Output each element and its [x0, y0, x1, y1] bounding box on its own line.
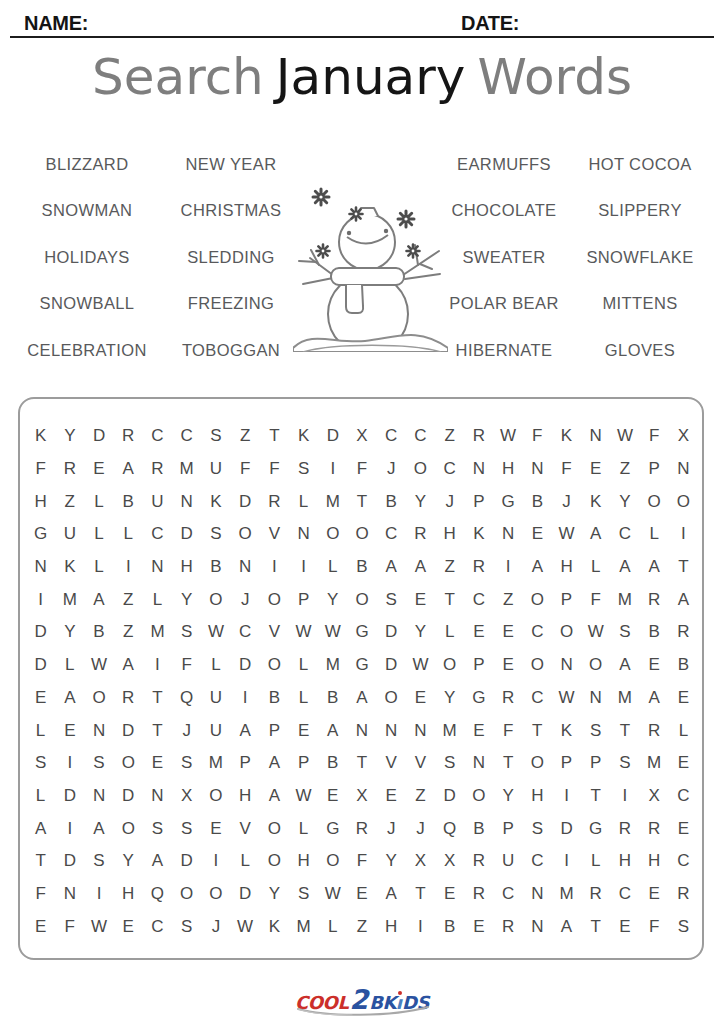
grid-cell[interactable]: E — [406, 583, 435, 616]
grid-cell[interactable]: W — [84, 910, 113, 943]
grid-cell[interactable]: F — [55, 910, 84, 943]
grid-cell[interactable]: E — [610, 910, 639, 943]
grid-cell[interactable]: O — [464, 780, 493, 813]
grid-cell[interactable]: W — [581, 616, 610, 649]
grid-cell[interactable]: E — [377, 780, 406, 813]
grid-cell[interactable]: I — [114, 551, 143, 584]
grid-cell[interactable]: A — [406, 551, 435, 584]
grid-cell[interactable]: E — [581, 453, 610, 486]
grid-cell[interactable]: M — [318, 485, 347, 518]
grid-cell[interactable]: M — [640, 747, 669, 780]
grid-cell[interactable]: R — [669, 616, 698, 649]
grid-cell[interactable]: D — [377, 616, 406, 649]
grid-cell[interactable]: R — [347, 812, 376, 845]
grid-cell[interactable]: O — [552, 616, 581, 649]
grid-cell[interactable]: Z — [114, 583, 143, 616]
grid-cell[interactable]: E — [669, 682, 698, 715]
grid-cell[interactable]: C — [406, 420, 435, 453]
grid-cell[interactable]: Y — [172, 583, 201, 616]
grid-cell[interactable]: N — [464, 453, 493, 486]
grid-cell[interactable]: H — [26, 485, 55, 518]
grid-cell[interactable]: X — [435, 845, 464, 878]
grid-cell[interactable]: E — [55, 714, 84, 747]
grid-cell[interactable]: I — [669, 518, 698, 551]
grid-cell[interactable]: P — [289, 747, 318, 780]
grid-cell[interactable]: W — [231, 910, 260, 943]
grid-cell[interactable]: B — [318, 682, 347, 715]
grid-cell[interactable]: N — [84, 780, 113, 813]
grid-cell[interactable]: U — [493, 845, 522, 878]
grid-cell[interactable]: M — [143, 616, 172, 649]
grid-cell[interactable]: Z — [347, 910, 376, 943]
grid-cell[interactable]: D — [552, 812, 581, 845]
grid-cell[interactable]: Y — [55, 616, 84, 649]
grid-cell[interactable]: V — [260, 616, 289, 649]
grid-cell[interactable]: A — [55, 682, 84, 715]
grid-cell[interactable]: O — [114, 747, 143, 780]
grid-cell[interactable]: I — [406, 910, 435, 943]
grid-cell[interactable]: D — [172, 518, 201, 551]
grid-cell[interactable]: A — [610, 551, 639, 584]
grid-cell[interactable]: V — [231, 812, 260, 845]
grid-cell[interactable]: E — [493, 649, 522, 682]
grid-cell[interactable]: P — [493, 812, 522, 845]
grid-cell[interactable]: N — [581, 682, 610, 715]
grid-cell[interactable]: O — [318, 518, 347, 551]
grid-cell[interactable]: W — [289, 780, 318, 813]
grid-cell[interactable]: N — [231, 551, 260, 584]
grid-cell[interactable]: S — [289, 878, 318, 911]
grid-cell[interactable]: A — [231, 714, 260, 747]
grid-cell[interactable]: A — [669, 583, 698, 616]
grid-cell[interactable]: S — [523, 812, 552, 845]
grid-cell[interactable]: C — [231, 616, 260, 649]
grid-cell[interactable]: S — [143, 812, 172, 845]
grid-cell[interactable]: N — [523, 453, 552, 486]
grid-cell[interactable]: Y — [610, 485, 639, 518]
grid-cell[interactable]: N — [523, 910, 552, 943]
grid-cell[interactable]: Z — [406, 780, 435, 813]
grid-cell[interactable]: H — [231, 780, 260, 813]
grid-cell[interactable]: T — [523, 714, 552, 747]
grid-cell[interactable]: R — [493, 910, 522, 943]
grid-cell[interactable]: D — [55, 845, 84, 878]
grid-cell[interactable]: M — [435, 714, 464, 747]
grid-cell[interactable]: A — [114, 649, 143, 682]
grid-cell[interactable]: H — [552, 551, 581, 584]
grid-cell[interactable]: U — [143, 485, 172, 518]
grid-cell[interactable]: V — [377, 747, 406, 780]
grid-cell[interactable]: I — [493, 551, 522, 584]
grid-cell[interactable]: T — [581, 910, 610, 943]
grid-cell[interactable]: L — [55, 649, 84, 682]
grid-cell[interactable]: J — [377, 812, 406, 845]
grid-cell[interactable]: O — [318, 845, 347, 878]
grid-cell[interactable]: L — [289, 649, 318, 682]
grid-cell[interactable]: L — [26, 714, 55, 747]
grid-cell[interactable]: F — [26, 453, 55, 486]
grid-cell[interactable]: G — [493, 485, 522, 518]
grid-cell[interactable]: R — [493, 682, 522, 715]
grid-cell[interactable]: O — [523, 649, 552, 682]
grid-cell[interactable]: S — [84, 747, 113, 780]
grid-cell[interactable]: W — [201, 616, 230, 649]
grid-cell[interactable]: F — [523, 420, 552, 453]
grid-cell[interactable]: L — [231, 845, 260, 878]
grid-cell[interactable]: X — [347, 780, 376, 813]
grid-cell[interactable]: S — [377, 583, 406, 616]
grid-cell[interactable]: R — [464, 878, 493, 911]
grid-cell[interactable]: D — [231, 649, 260, 682]
grid-cell[interactable]: B — [114, 485, 143, 518]
grid-cell[interactable]: G — [347, 649, 376, 682]
grid-cell[interactable]: P — [640, 453, 669, 486]
grid-cell[interactable]: F — [231, 453, 260, 486]
grid-cell[interactable]: E — [669, 747, 698, 780]
grid-cell[interactable]: K — [289, 420, 318, 453]
grid-cell[interactable]: A — [640, 551, 669, 584]
grid-cell[interactable]: O — [377, 682, 406, 715]
grid-cell[interactable]: I — [26, 583, 55, 616]
grid-cell[interactable]: Z — [493, 583, 522, 616]
grid-cell[interactable]: E — [464, 616, 493, 649]
grid-cell[interactable]: N — [84, 714, 113, 747]
grid-cell[interactable]: O — [347, 583, 376, 616]
grid-cell[interactable]: L — [640, 518, 669, 551]
grid-cell[interactable]: O — [669, 485, 698, 518]
grid-cell[interactable]: R — [114, 420, 143, 453]
grid-cell[interactable]: Z — [114, 616, 143, 649]
grid-cell[interactable]: O — [260, 649, 289, 682]
grid-cell[interactable]: F — [493, 714, 522, 747]
grid-cell[interactable]: N — [55, 878, 84, 911]
grid-cell[interactable]: E — [143, 747, 172, 780]
grid-cell[interactable]: L — [114, 518, 143, 551]
grid-cell[interactable]: T — [493, 747, 522, 780]
grid-cell[interactable]: M — [172, 453, 201, 486]
grid-cell[interactable]: C — [610, 518, 639, 551]
grid-cell[interactable]: H — [435, 518, 464, 551]
grid-cell[interactable]: T — [347, 747, 376, 780]
grid-cell[interactable]: K — [55, 551, 84, 584]
grid-cell[interactable]: A — [347, 682, 376, 715]
grid-cell[interactable]: G — [347, 616, 376, 649]
grid-cell[interactable]: D — [84, 420, 113, 453]
grid-cell[interactable]: L — [289, 485, 318, 518]
grid-cell[interactable]: D — [435, 780, 464, 813]
grid-cell[interactable]: D — [26, 616, 55, 649]
grid-cell[interactable]: L — [581, 845, 610, 878]
grid-cell[interactable]: T — [347, 485, 376, 518]
grid-cell[interactable]: Y — [318, 583, 347, 616]
grid-cell[interactable]: E — [464, 910, 493, 943]
grid-cell[interactable]: E — [201, 812, 230, 845]
grid-cell[interactable]: C — [523, 616, 552, 649]
grid-cell[interactable]: Q — [172, 682, 201, 715]
grid-cell[interactable]: A — [377, 551, 406, 584]
grid-cell[interactable]: R — [640, 714, 669, 747]
grid-cell[interactable]: R — [464, 845, 493, 878]
grid-cell[interactable]: C — [464, 583, 493, 616]
grid-cell[interactable]: C — [523, 682, 552, 715]
grid-cell[interactable]: H — [640, 845, 669, 878]
grid-cell[interactable]: E — [493, 616, 522, 649]
grid-cell[interactable]: P — [289, 583, 318, 616]
grid-cell[interactable]: F — [347, 845, 376, 878]
grid-cell[interactable]: Y — [114, 845, 143, 878]
grid-cell[interactable]: Z — [610, 453, 639, 486]
grid-cell[interactable]: H — [289, 845, 318, 878]
grid-cell[interactable]: O — [201, 583, 230, 616]
grid-cell[interactable]: A — [143, 845, 172, 878]
grid-cell[interactable]: S — [610, 616, 639, 649]
grid-cell[interactable]: N — [26, 551, 55, 584]
grid-cell[interactable]: O — [581, 649, 610, 682]
grid-cell[interactable]: Y — [435, 682, 464, 715]
grid-cell[interactable]: I — [260, 551, 289, 584]
grid-cell[interactable]: S — [201, 518, 230, 551]
grid-cell[interactable]: W — [610, 420, 639, 453]
grid-cell[interactable]: S — [669, 910, 698, 943]
grid-cell[interactable]: T — [143, 714, 172, 747]
grid-cell[interactable]: L — [201, 649, 230, 682]
grid-cell[interactable]: E — [26, 910, 55, 943]
grid-cell[interactable]: C — [493, 878, 522, 911]
grid-cell[interactable]: H — [114, 878, 143, 911]
grid-cell[interactable]: B — [669, 649, 698, 682]
grid-cell[interactable]: O — [260, 812, 289, 845]
grid-cell[interactable]: P — [552, 747, 581, 780]
grid-cell[interactable]: B — [377, 485, 406, 518]
grid-cell[interactable]: X — [172, 780, 201, 813]
grid-cell[interactable]: D — [114, 780, 143, 813]
grid-cell[interactable]: R — [610, 812, 639, 845]
grid-cell[interactable]: T — [143, 682, 172, 715]
grid-cell[interactable]: J — [435, 485, 464, 518]
grid-cell[interactable]: U — [201, 453, 230, 486]
grid-cell[interactable]: Y — [493, 780, 522, 813]
grid-cell[interactable]: R — [114, 682, 143, 715]
grid-cell[interactable]: T — [260, 420, 289, 453]
grid-cell[interactable]: I — [55, 747, 84, 780]
grid-cell[interactable]: O — [201, 878, 230, 911]
grid-cell[interactable]: F — [347, 453, 376, 486]
grid-cell[interactable]: E — [406, 682, 435, 715]
grid-cell[interactable]: M — [318, 649, 347, 682]
grid-cell[interactable]: E — [318, 780, 347, 813]
grid-cell[interactable]: O — [260, 583, 289, 616]
grid-cell[interactable]: G — [464, 682, 493, 715]
grid-cell[interactable]: F — [552, 453, 581, 486]
grid-cell[interactable]: L — [84, 551, 113, 584]
grid-cell[interactable]: I — [552, 780, 581, 813]
grid-cell[interactable]: N — [464, 747, 493, 780]
grid-cell[interactable]: B — [523, 485, 552, 518]
grid-cell[interactable]: S — [289, 453, 318, 486]
grid-cell[interactable]: L — [318, 551, 347, 584]
grid-cell[interactable]: M — [289, 910, 318, 943]
grid-cell[interactable]: A — [26, 812, 55, 845]
grid-cell[interactable]: P — [464, 649, 493, 682]
grid-cell[interactable]: A — [640, 682, 669, 715]
grid-cell[interactable]: Q — [143, 878, 172, 911]
grid-cell[interactable]: C — [669, 845, 698, 878]
grid-cell[interactable]: N — [143, 780, 172, 813]
grid-cell[interactable]: Z — [435, 420, 464, 453]
grid-cell[interactable]: A — [84, 812, 113, 845]
grid-cell[interactable]: A — [523, 551, 552, 584]
grid-cell[interactable]: H — [172, 551, 201, 584]
grid-cell[interactable]: O — [406, 453, 435, 486]
grid-cell[interactable]: S — [581, 714, 610, 747]
grid-cell[interactable]: O — [523, 583, 552, 616]
grid-cell[interactable]: S — [172, 747, 201, 780]
grid-cell[interactable]: C — [143, 518, 172, 551]
grid-cell[interactable]: A — [581, 518, 610, 551]
grid-cell[interactable]: I — [84, 878, 113, 911]
grid-cell[interactable]: A — [114, 453, 143, 486]
grid-cell[interactable]: O — [84, 682, 113, 715]
grid-cell[interactable]: P — [552, 583, 581, 616]
grid-cell[interactable]: I — [318, 453, 347, 486]
grid-cell[interactable]: E — [84, 453, 113, 486]
grid-cell[interactable]: Q — [435, 812, 464, 845]
grid-cell[interactable]: E — [464, 714, 493, 747]
grid-cell[interactable]: K — [581, 485, 610, 518]
grid-cell[interactable]: U — [201, 682, 230, 715]
grid-cell[interactable]: O — [114, 812, 143, 845]
grid-cell[interactable]: N — [669, 453, 698, 486]
grid-cell[interactable]: W — [318, 616, 347, 649]
grid-cell[interactable]: B — [464, 812, 493, 845]
grid-cell[interactable]: Y — [260, 878, 289, 911]
grid-cell[interactable]: O — [640, 485, 669, 518]
grid-cell[interactable]: N — [377, 714, 406, 747]
grid-cell[interactable]: D — [55, 780, 84, 813]
grid-cell[interactable]: S — [172, 812, 201, 845]
grid-cell[interactable]: T — [669, 551, 698, 584]
grid-cell[interactable]: H — [523, 780, 552, 813]
grid-cell[interactable]: G — [581, 812, 610, 845]
grid-cell[interactable]: A — [84, 583, 113, 616]
grid-cell[interactable]: F — [26, 878, 55, 911]
grid-cell[interactable]: E — [669, 812, 698, 845]
grid-cell[interactable]: S — [172, 616, 201, 649]
grid-cell[interactable]: C — [143, 910, 172, 943]
grid-cell[interactable]: R — [464, 420, 493, 453]
grid-cell[interactable]: I — [201, 845, 230, 878]
grid-cell[interactable]: E — [26, 682, 55, 715]
grid-cell[interactable]: B — [347, 551, 376, 584]
grid-cell[interactable]: S — [435, 747, 464, 780]
grid-cell[interactable]: O — [231, 518, 260, 551]
grid-cell[interactable]: E — [640, 649, 669, 682]
grid-cell[interactable]: E — [347, 878, 376, 911]
grid-cell[interactable]: E — [435, 878, 464, 911]
grid-cell[interactable]: R — [669, 878, 698, 911]
grid-cell[interactable]: N — [406, 714, 435, 747]
grid-cell[interactable]: I — [610, 780, 639, 813]
grid-cell[interactable]: J — [377, 453, 406, 486]
grid-cell[interactable]: T — [581, 780, 610, 813]
grid-cell[interactable]: U — [55, 518, 84, 551]
grid-cell[interactable]: X — [406, 845, 435, 878]
grid-cell[interactable]: F — [172, 649, 201, 682]
grid-cell[interactable]: K — [552, 714, 581, 747]
grid-cell[interactable]: R — [640, 583, 669, 616]
grid-cell[interactable]: O — [260, 845, 289, 878]
grid-cell[interactable]: Z — [231, 420, 260, 453]
grid-cell[interactable]: N — [347, 714, 376, 747]
grid-cell[interactable]: D — [231, 485, 260, 518]
grid-cell[interactable]: B — [640, 616, 669, 649]
grid-cell[interactable]: M — [610, 583, 639, 616]
grid-cell[interactable]: L — [84, 518, 113, 551]
grid-cell[interactable]: C — [435, 453, 464, 486]
grid-cell[interactable]: N — [581, 420, 610, 453]
grid-cell[interactable]: E — [523, 518, 552, 551]
grid-cell[interactable]: H — [610, 845, 639, 878]
grid-cell[interactable]: V — [406, 747, 435, 780]
grid-cell[interactable]: L — [435, 616, 464, 649]
grid-cell[interactable]: K — [260, 910, 289, 943]
grid-cell[interactable]: K — [552, 420, 581, 453]
grid-cell[interactable]: Y — [55, 420, 84, 453]
grid-cell[interactable]: N — [143, 551, 172, 584]
grid-cell[interactable]: F — [260, 453, 289, 486]
grid-cell[interactable]: E — [114, 910, 143, 943]
grid-cell[interactable]: T — [406, 878, 435, 911]
grid-cell[interactable]: I — [55, 812, 84, 845]
grid-cell[interactable]: B — [201, 551, 230, 584]
grid-cell[interactable]: S — [610, 747, 639, 780]
grid-cell[interactable]: L — [581, 551, 610, 584]
grid-cell[interactable]: D — [114, 714, 143, 747]
grid-cell[interactable]: W — [552, 518, 581, 551]
grid-cell[interactable]: O — [201, 780, 230, 813]
grid-cell[interactable]: C — [610, 878, 639, 911]
grid-cell[interactable]: S — [172, 910, 201, 943]
grid-cell[interactable]: Z — [55, 485, 84, 518]
grid-cell[interactable]: P — [260, 714, 289, 747]
grid-cell[interactable]: R — [55, 453, 84, 486]
grid-cell[interactable]: J — [172, 714, 201, 747]
grid-cell[interactable]: X — [347, 420, 376, 453]
grid-cell[interactable]: R — [406, 518, 435, 551]
grid-cell[interactable]: M — [552, 878, 581, 911]
grid-cell[interactable]: I — [289, 551, 318, 584]
grid-cell[interactable]: J — [406, 812, 435, 845]
grid-cell[interactable]: L — [669, 714, 698, 747]
grid-cell[interactable]: U — [201, 714, 230, 747]
grid-cell[interactable]: D — [231, 878, 260, 911]
grid-cell[interactable]: J — [552, 485, 581, 518]
grid-cell[interactable]: N — [552, 649, 581, 682]
grid-cell[interactable]: E — [289, 714, 318, 747]
grid-cell[interactable]: S — [26, 747, 55, 780]
grid-cell[interactable]: G — [26, 518, 55, 551]
grid-cell[interactable]: I — [231, 682, 260, 715]
grid-cell[interactable]: F — [640, 910, 669, 943]
grid-cell[interactable]: W — [318, 878, 347, 911]
grid-cell[interactable]: W — [84, 649, 113, 682]
grid-cell[interactable]: A — [377, 878, 406, 911]
grid-cell[interactable]: D — [172, 845, 201, 878]
grid-cell[interactable]: J — [201, 910, 230, 943]
grid-cell[interactable]: E — [640, 878, 669, 911]
grid-cell[interactable]: F — [581, 583, 610, 616]
grid-cell[interactable]: A — [260, 780, 289, 813]
